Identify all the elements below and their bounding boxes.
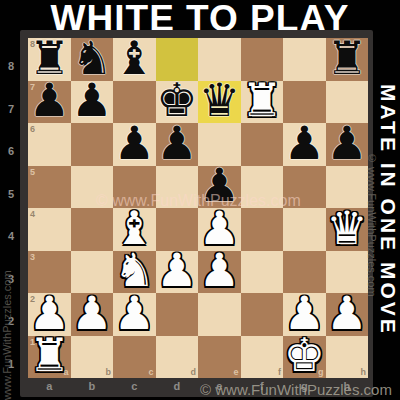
square-h8[interactable]: ♜ xyxy=(326,38,369,81)
watermark-bottom: © www.FunWithPuzzles.com xyxy=(200,381,392,398)
inner-rank-label-1: 1 xyxy=(30,338,35,347)
white-pawn-d3[interactable]: ♟ xyxy=(156,249,197,291)
inner-file-label-h: h xyxy=(361,368,367,377)
square-a6[interactable]: 6 xyxy=(28,123,71,166)
white-pawn-c2[interactable]: ♟ xyxy=(114,292,155,334)
outer-rank-label-8: 8 xyxy=(3,46,19,72)
square-f7[interactable]: ♜ xyxy=(241,81,284,124)
square-h6[interactable]: ♟ xyxy=(326,123,369,166)
square-e3[interactable]: ♟ xyxy=(198,251,241,294)
square-g4[interactable] xyxy=(283,208,326,251)
outer-rank-label-7: 7 xyxy=(3,89,19,115)
black-queen-e7[interactable]: ♛ xyxy=(199,79,240,121)
outer-file-label-d: d xyxy=(156,379,199,395)
inner-rank-label-8: 8 xyxy=(30,40,35,49)
square-a4[interactable]: 4 xyxy=(28,208,71,251)
square-f6[interactable] xyxy=(241,123,284,166)
square-a5[interactable]: 5 xyxy=(28,166,71,209)
white-knight-c3[interactable]: ♞ xyxy=(114,249,155,291)
square-g8[interactable] xyxy=(283,38,326,81)
outer-file-label-b: b xyxy=(71,379,114,395)
square-c2[interactable]: ♟ xyxy=(113,293,156,336)
square-c1[interactable]: c xyxy=(113,336,156,379)
square-f3[interactable] xyxy=(241,251,284,294)
square-c8[interactable]: ♝ xyxy=(113,38,156,81)
white-pawn-b2[interactable]: ♟ xyxy=(71,292,112,334)
square-d3[interactable]: ♟ xyxy=(156,251,199,294)
inner-file-label-a: a xyxy=(63,368,68,377)
square-h4[interactable]: ♛ xyxy=(326,208,369,251)
black-king-d7[interactable]: ♚ xyxy=(156,79,197,121)
square-a7[interactable]: 7♟ xyxy=(28,81,71,124)
square-a1[interactable]: 1a♜ xyxy=(28,336,71,379)
square-f2[interactable] xyxy=(241,293,284,336)
square-b6[interactable] xyxy=(71,123,114,166)
square-b7[interactable]: ♟ xyxy=(71,81,114,124)
white-pawn-e3[interactable]: ♟ xyxy=(199,249,240,291)
inner-file-label-d: d xyxy=(191,368,197,377)
square-e2[interactable] xyxy=(198,293,241,336)
inner-rank-label-5: 5 xyxy=(30,168,35,177)
square-g6[interactable]: ♟ xyxy=(283,123,326,166)
inner-rank-label-6: 6 xyxy=(30,125,35,134)
white-rook-f7[interactable]: ♜ xyxy=(241,79,282,121)
square-f1[interactable]: f xyxy=(241,336,284,379)
white-pawn-h2[interactable]: ♟ xyxy=(326,292,367,334)
square-c6[interactable]: ♟ xyxy=(113,123,156,166)
square-g1[interactable]: g♚ xyxy=(283,336,326,379)
watermark-left-vertical: www.FunWithPuzzles.com xyxy=(1,138,13,400)
inner-file-label-e: e xyxy=(233,368,238,377)
outer-file-label-a: a xyxy=(28,379,71,395)
black-rook-h8[interactable]: ♜ xyxy=(326,37,367,79)
inner-rank-label-3: 3 xyxy=(30,253,35,262)
square-h2[interactable]: ♟ xyxy=(326,293,369,336)
square-e1[interactable]: e xyxy=(198,336,241,379)
square-e7[interactable]: ♛ xyxy=(198,81,241,124)
inner-rank-label-4: 4 xyxy=(30,210,35,219)
square-b4[interactable] xyxy=(71,208,114,251)
inner-file-label-f: f xyxy=(278,368,281,377)
square-d2[interactable] xyxy=(156,293,199,336)
puzzle-canvas: WHITE TO PLAY MATE IN ONE MOVE 8♜♞♝♜7♟♟♚… xyxy=(0,0,400,400)
black-bishop-c8[interactable]: ♝ xyxy=(114,37,155,79)
square-d6[interactable]: ♟ xyxy=(156,123,199,166)
inner-file-label-g: g xyxy=(318,368,324,377)
black-pawn-g6[interactable]: ♟ xyxy=(284,122,325,164)
black-pawn-h6[interactable]: ♟ xyxy=(326,122,367,164)
square-d1[interactable]: d xyxy=(156,336,199,379)
black-pawn-b7[interactable]: ♟ xyxy=(71,79,112,121)
square-b2[interactable]: ♟ xyxy=(71,293,114,336)
inner-file-label-b: b xyxy=(106,368,112,377)
chess-board-frame: 8♜♞♝♜7♟♟♚♛♜6♟♟♟♟5♟4♝♟♛3♞♟♟2♟♟♟♟♟1a♜bcdef… xyxy=(20,30,373,397)
inner-rank-label-2: 2 xyxy=(30,295,35,304)
outer-file-label-c: c xyxy=(113,379,156,395)
watermark-right-vertical: © www.FunWithPuzzles.com xyxy=(366,152,378,352)
square-b1[interactable]: b xyxy=(71,336,114,379)
square-h1[interactable]: h xyxy=(326,336,369,379)
watermark-center: © www.FunWithPuzzles.com xyxy=(96,192,336,210)
black-pawn-c6[interactable]: ♟ xyxy=(114,122,155,164)
square-f4[interactable] xyxy=(241,208,284,251)
inner-rank-label-7: 7 xyxy=(30,83,35,92)
black-pawn-d6[interactable]: ♟ xyxy=(156,122,197,164)
white-queen-h4[interactable]: ♛ xyxy=(326,207,367,249)
inner-file-label-c: c xyxy=(148,368,153,377)
